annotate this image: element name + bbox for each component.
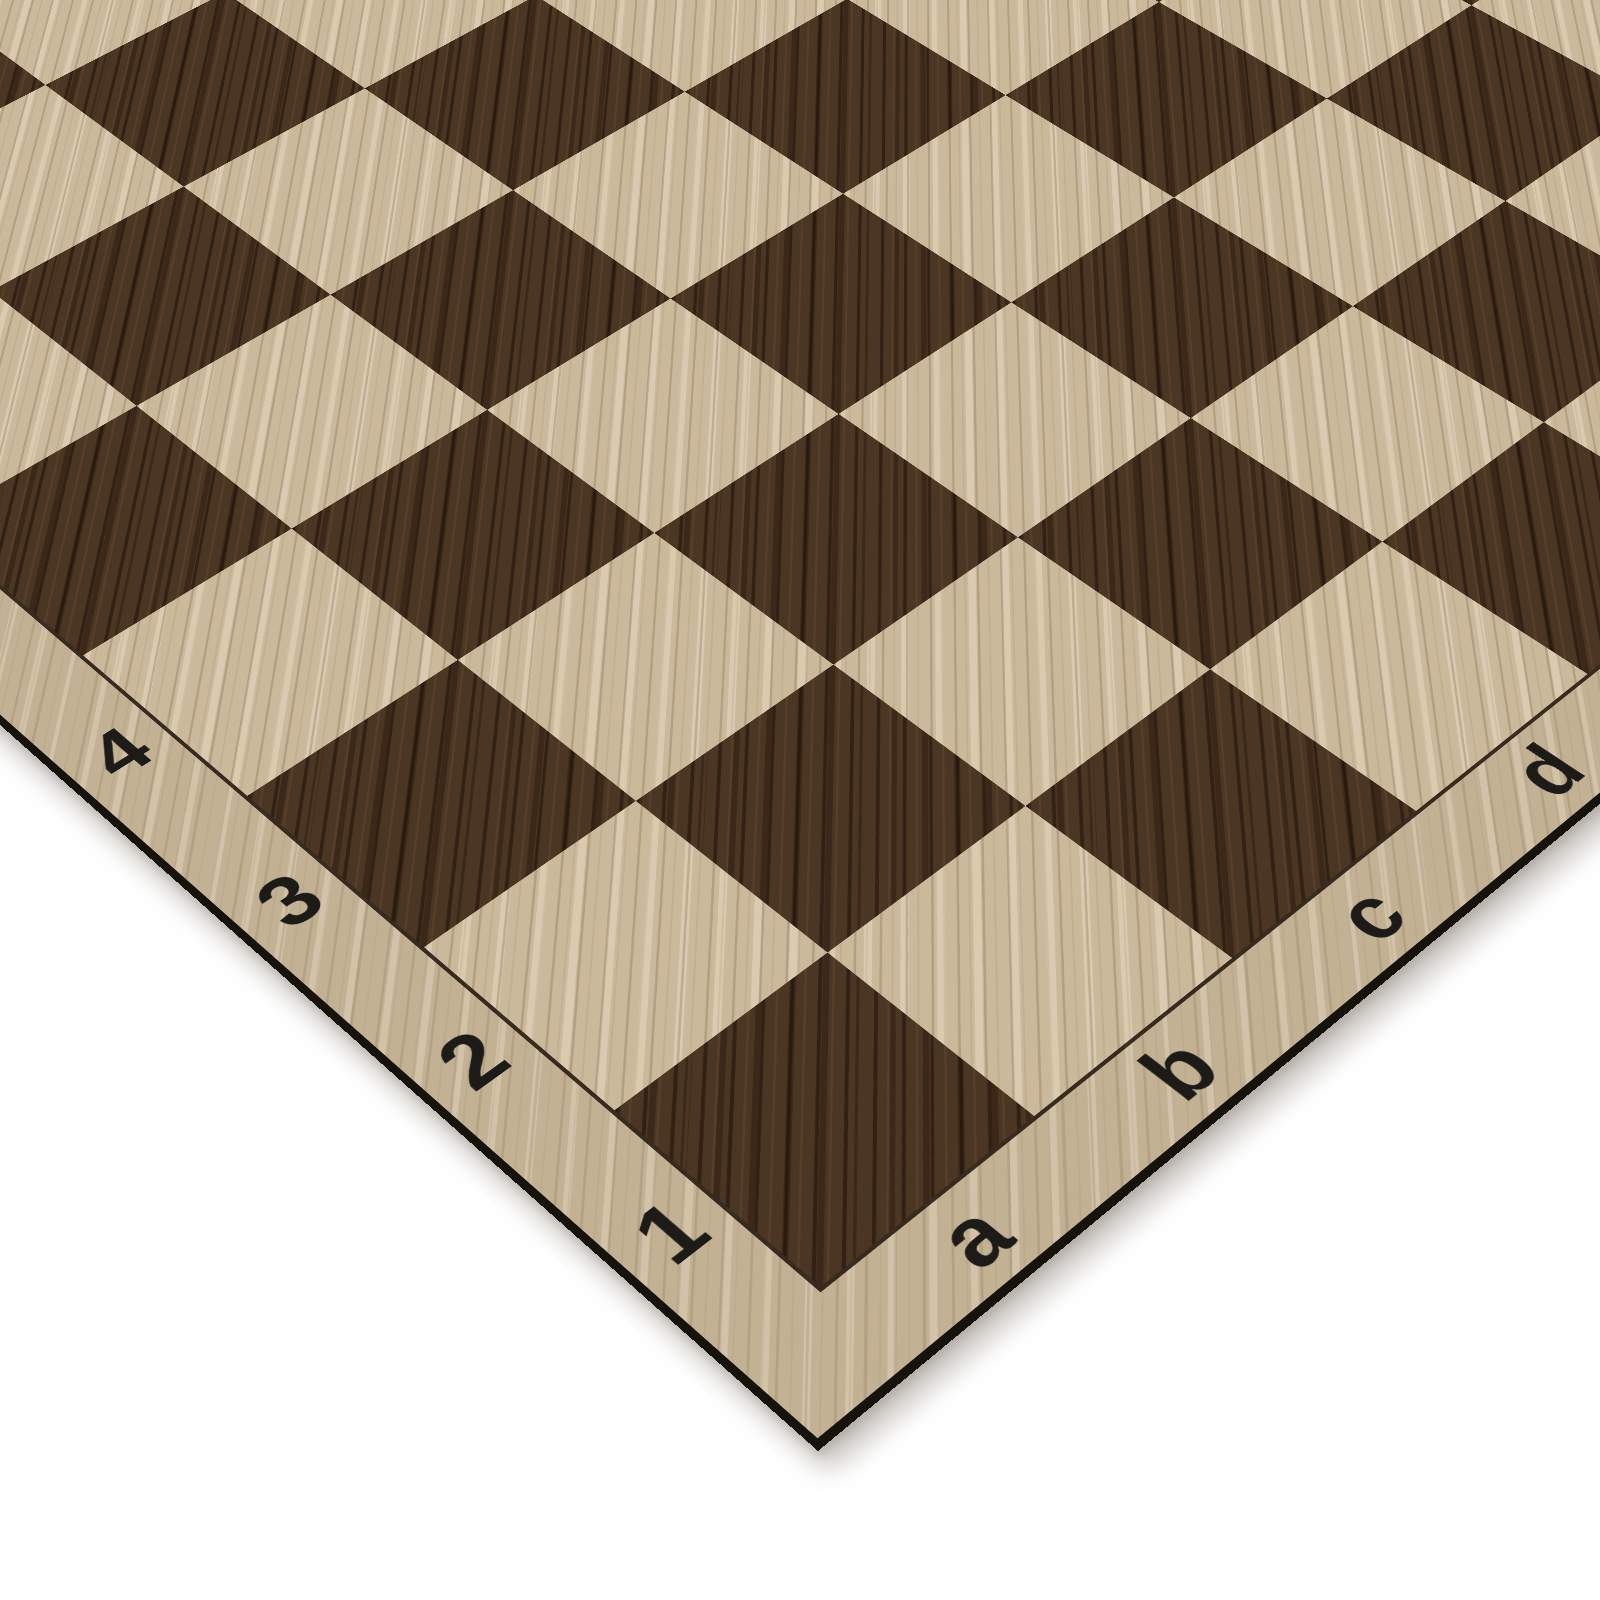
board-shadow-wrapper: abcdefgh abcdefgh 87654321 87654321 <box>0 0 1600 1600</box>
photo-background: abcdefgh abcdefgh 87654321 87654321 <box>0 0 1600 1600</box>
board-squares <box>0 0 1600 1287</box>
chessboard-mat: abcdefgh abcdefgh 87654321 87654321 <box>0 0 1600 1451</box>
